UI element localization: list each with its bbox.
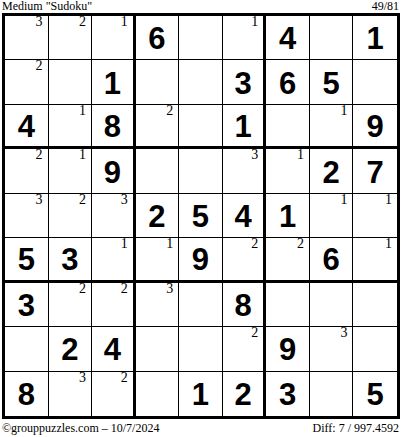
cell-r8c1[interactable] [5, 327, 49, 371]
cell-value: 4 [279, 21, 296, 54]
cell-r7c6[interactable]: 8 [223, 283, 267, 327]
cell-r3c9[interactable]: 9 [353, 105, 397, 149]
corner-mark: 1 [385, 193, 392, 207]
cell-r8c2[interactable]: 2 [49, 327, 93, 371]
cell-value: 2 [323, 155, 340, 188]
corner-mark: 2 [121, 371, 128, 385]
cell-r3c3[interactable]: 8 [92, 105, 136, 149]
cell-r3c1[interactable]: 4 [5, 105, 49, 149]
cell-value: 8 [18, 377, 35, 410]
corner-mark: 2 [121, 282, 128, 296]
cell-r4c3[interactable]: 9 [92, 149, 136, 193]
cell-r9c2[interactable]: 3 [49, 372, 93, 416]
cell-r7c2[interactable]: 2 [49, 283, 93, 327]
cell-r2c9[interactable] [353, 60, 397, 104]
corner-mark: 2 [297, 237, 304, 251]
cell-r6c3[interactable]: 1 [92, 238, 136, 282]
cell-r4c6[interactable]: 3 [223, 149, 267, 193]
cell-r8c3[interactable]: 4 [92, 327, 136, 371]
cell-value: 9 [104, 155, 121, 188]
cell-r7c8[interactable] [310, 283, 354, 327]
cell-r1c6[interactable]: 1 [223, 16, 267, 60]
cell-value: 6 [148, 21, 165, 54]
cell-value: 1 [234, 109, 251, 142]
cell-r8c4[interactable] [136, 327, 180, 371]
corner-mark: 2 [79, 282, 86, 296]
cell-value: 1 [367, 21, 384, 54]
cell-value: 3 [61, 242, 78, 275]
cell-r1c8[interactable] [310, 16, 354, 60]
cell-r1c3[interactable]: 1 [92, 16, 136, 60]
corner-mark: 1 [121, 15, 128, 29]
page-footer: ©grouppuzzles.com – 10/7/2024 Diff: 7 / … [0, 419, 403, 437]
cell-r7c3[interactable]: 2 [92, 283, 136, 327]
cell-value: 5 [192, 199, 209, 232]
cell-r2c8[interactable]: 5 [310, 60, 354, 104]
cell-value: 4 [18, 109, 35, 142]
cell-r2c7[interactable]: 6 [266, 60, 310, 104]
cell-r4c7[interactable]: 1 [266, 149, 310, 193]
cell-value: 6 [323, 242, 340, 275]
cell-r5c5[interactable]: 5 [179, 194, 223, 238]
cell-r3c6[interactable]: 1 [223, 105, 267, 149]
cell-r7c7[interactable] [266, 283, 310, 327]
corner-mark: 1 [121, 237, 128, 251]
cell-r6c4[interactable]: 1 [136, 238, 180, 282]
cell-r8c7[interactable]: 9 [266, 327, 310, 371]
cell-r4c1[interactable]: 2 [5, 149, 49, 193]
cell-value: 4 [104, 332, 121, 365]
cell-r1c1[interactable]: 3 [5, 16, 49, 60]
cell-r4c9[interactable]: 7 [353, 149, 397, 193]
cell-value: 9 [192, 242, 209, 275]
cell-value: 1 [104, 66, 121, 99]
cell-r5c3[interactable]: 3 [92, 194, 136, 238]
corner-mark: 1 [251, 15, 258, 29]
cell-r7c9[interactable] [353, 283, 397, 327]
cell-value: 8 [104, 109, 121, 142]
cell-value: 2 [61, 332, 78, 365]
cell-r2c6[interactable]: 3 [223, 60, 267, 104]
cell-r2c2[interactable] [49, 60, 93, 104]
cell-r7c1[interactable]: 3 [5, 283, 49, 327]
corner-mark: 1 [340, 193, 347, 207]
corner-mark: 2 [79, 193, 86, 207]
cell-r9c5[interactable]: 1 [179, 372, 223, 416]
cell-r2c3[interactable]: 1 [92, 60, 136, 104]
difficulty-text: Diff: 7 / 997.4592 [313, 422, 399, 435]
cell-r8c5[interactable] [179, 327, 223, 371]
copyright-date: ©grouppuzzles.com – 10/7/2024 [2, 422, 159, 435]
cell-r5c7[interactable]: 1 [266, 194, 310, 238]
cell-r4c5[interactable] [179, 149, 223, 193]
cell-value: 7 [367, 155, 384, 188]
cell-value: 3 [234, 66, 251, 99]
corner-mark: 1 [385, 237, 392, 251]
cell-r1c2[interactable]: 2 [49, 16, 93, 60]
cell-value: 3 [18, 288, 35, 321]
cell-value: 5 [367, 377, 384, 410]
cell-r6c9[interactable]: 1 [353, 238, 397, 282]
cell-value: 9 [279, 332, 296, 365]
corner-mark: 1 [79, 148, 86, 162]
cell-r7c4[interactable]: 3 [136, 283, 180, 327]
page-title: Medium "Sudoku" [2, 0, 92, 12]
cell-r4c4[interactable] [136, 149, 180, 193]
cell-r6c8[interactable]: 6 [310, 238, 354, 282]
page-header: Medium "Sudoku" 49/81 [0, 0, 403, 13]
corner-mark: 3 [340, 326, 347, 340]
cell-r9c6[interactable]: 2 [223, 372, 267, 416]
corner-mark: 1 [340, 104, 347, 118]
corner-mark: 2 [251, 326, 258, 340]
cell-r9c9[interactable]: 5 [353, 372, 397, 416]
cell-value: 2 [148, 199, 165, 232]
cell-r9c7[interactable]: 3 [266, 372, 310, 416]
cell-r2c5[interactable] [179, 60, 223, 104]
cell-value: 6 [279, 66, 296, 99]
cell-r9c4[interactable] [136, 372, 180, 416]
cell-value: 5 [323, 66, 340, 99]
cell-r5c1[interactable]: 3 [5, 194, 49, 238]
page-number: 49/81 [372, 0, 399, 12]
cell-r3c8[interactable]: 1 [310, 105, 354, 149]
cell-r1c4[interactable]: 6 [136, 16, 180, 60]
corner-mark: 2 [251, 237, 258, 251]
cell-r3c2[interactable]: 1 [49, 105, 93, 149]
corner-mark: 2 [166, 104, 173, 118]
cell-r6c1[interactable]: 5 [5, 238, 49, 282]
cell-r1c7[interactable]: 4 [266, 16, 310, 60]
cell-r6c6[interactable]: 2 [223, 238, 267, 282]
sudoku-board: 3216141213654182119219312732325411153119… [2, 13, 400, 419]
cell-value: 1 [192, 377, 209, 410]
cell-r5c8[interactable]: 1 [310, 194, 354, 238]
cell-r2c1[interactable]: 2 [5, 60, 49, 104]
cell-r3c5[interactable] [179, 105, 223, 149]
corner-mark: 1 [297, 148, 304, 162]
cell-r8c8[interactable]: 3 [310, 327, 354, 371]
cell-r9c1[interactable]: 8 [5, 372, 49, 416]
cell-r8c6[interactable]: 2 [223, 327, 267, 371]
cell-r9c8[interactable] [310, 372, 354, 416]
cell-value: 4 [234, 199, 251, 232]
cell-r6c7[interactable]: 2 [266, 238, 310, 282]
corner-mark: 3 [166, 282, 173, 296]
cell-value: 2 [234, 377, 251, 410]
cell-r6c5[interactable]: 9 [179, 238, 223, 282]
cell-value: 3 [279, 377, 296, 410]
cell-r3c4[interactable]: 2 [136, 105, 180, 149]
corner-mark: 1 [166, 237, 173, 251]
cell-r1c9[interactable]: 1 [353, 16, 397, 60]
cell-r8c9[interactable] [353, 327, 397, 371]
cell-r9c3[interactable]: 2 [92, 372, 136, 416]
cell-value: 9 [367, 109, 384, 142]
cell-r4c8[interactable]: 2 [310, 149, 354, 193]
cell-r7c5[interactable] [179, 283, 223, 327]
cell-r5c4[interactable]: 2 [136, 194, 180, 238]
corner-mark: 3 [36, 193, 43, 207]
corner-mark: 2 [36, 148, 43, 162]
cell-value: 5 [18, 242, 35, 275]
corner-mark: 2 [36, 59, 43, 73]
corner-mark: 3 [251, 148, 258, 162]
corner-mark: 3 [121, 193, 128, 207]
cell-value: 8 [234, 288, 251, 321]
cell-r3c7[interactable] [266, 105, 310, 149]
corner-mark: 2 [79, 15, 86, 29]
corner-mark: 1 [79, 104, 86, 118]
cell-r6c2[interactable]: 3 [49, 238, 93, 282]
cell-r5c9[interactable]: 1 [353, 194, 397, 238]
corner-mark: 3 [79, 371, 86, 385]
cell-r5c2[interactable]: 2 [49, 194, 93, 238]
cell-r4c2[interactable]: 1 [49, 149, 93, 193]
cell-r2c4[interactable] [136, 60, 180, 104]
cell-value: 1 [279, 199, 296, 232]
corner-mark: 3 [36, 15, 43, 29]
cell-r1c5[interactable] [179, 16, 223, 60]
cell-r5c6[interactable]: 4 [223, 194, 267, 238]
